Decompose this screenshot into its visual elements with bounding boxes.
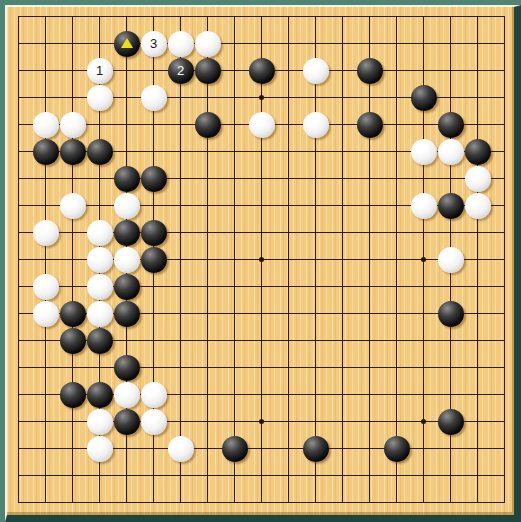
black-stone xyxy=(141,166,167,192)
white-stone xyxy=(141,382,167,408)
white-stone xyxy=(168,31,194,57)
white-stone xyxy=(87,247,113,273)
white-stone: 1 xyxy=(87,58,113,84)
white-stone xyxy=(465,166,491,192)
black-stone xyxy=(141,220,167,246)
black-stone: 2 xyxy=(168,58,194,84)
black-stone xyxy=(60,301,86,327)
black-stone xyxy=(114,166,140,192)
white-stone xyxy=(87,409,113,435)
black-stone xyxy=(60,139,86,165)
black-stone xyxy=(33,139,59,165)
black-stone xyxy=(357,58,383,84)
board-grid: 312 xyxy=(18,16,505,503)
white-stone xyxy=(33,274,59,300)
white-stone: 3 xyxy=(141,31,167,57)
move-number-label: 3 xyxy=(141,31,167,57)
move-number-label: 1 xyxy=(87,58,113,84)
black-stone xyxy=(357,112,383,138)
white-stone xyxy=(303,112,329,138)
black-stone xyxy=(249,58,275,84)
white-stone xyxy=(195,31,221,57)
black-stone xyxy=(438,112,464,138)
black-stone xyxy=(222,436,248,462)
white-stone xyxy=(438,139,464,165)
black-stone xyxy=(438,193,464,219)
black-stone xyxy=(114,274,140,300)
white-stone xyxy=(87,301,113,327)
white-stone xyxy=(33,220,59,246)
black-stone xyxy=(303,436,329,462)
white-stone xyxy=(87,220,113,246)
triangle-marker xyxy=(121,38,133,48)
goban[interactable]: 312 xyxy=(5,5,521,522)
white-stone xyxy=(303,58,329,84)
black-stone xyxy=(384,436,410,462)
star-point xyxy=(421,257,426,262)
black-stone xyxy=(411,85,437,111)
white-stone xyxy=(411,139,437,165)
black-stone xyxy=(60,382,86,408)
white-stone xyxy=(33,112,59,138)
white-stone xyxy=(249,112,275,138)
black-stone xyxy=(438,409,464,435)
black-stone xyxy=(114,355,140,381)
white-stone xyxy=(87,274,113,300)
black-stone xyxy=(114,301,140,327)
white-stone xyxy=(33,301,59,327)
white-stone xyxy=(60,112,86,138)
white-stone xyxy=(114,382,140,408)
black-stone xyxy=(465,139,491,165)
star-point xyxy=(259,95,264,100)
white-stone xyxy=(141,409,167,435)
black-stone xyxy=(60,328,86,354)
go-app-window: 312 xyxy=(0,0,521,522)
white-stone xyxy=(87,85,113,111)
white-stone xyxy=(438,247,464,273)
black-stone xyxy=(87,382,113,408)
white-stone xyxy=(141,85,167,111)
white-stone xyxy=(60,193,86,219)
black-stone xyxy=(195,58,221,84)
white-stone xyxy=(87,436,113,462)
star-point xyxy=(259,419,264,424)
white-stone xyxy=(114,247,140,273)
star-point xyxy=(421,419,426,424)
star-point xyxy=(259,257,264,262)
black-stone xyxy=(114,31,140,57)
black-stone xyxy=(87,328,113,354)
white-stone xyxy=(411,193,437,219)
black-stone xyxy=(195,112,221,138)
black-stone xyxy=(141,247,167,273)
black-stone xyxy=(87,139,113,165)
white-stone xyxy=(114,193,140,219)
white-stone xyxy=(465,193,491,219)
move-number-label: 2 xyxy=(168,58,194,84)
black-stone xyxy=(114,409,140,435)
black-stone xyxy=(114,220,140,246)
white-stone xyxy=(168,436,194,462)
black-stone xyxy=(438,301,464,327)
